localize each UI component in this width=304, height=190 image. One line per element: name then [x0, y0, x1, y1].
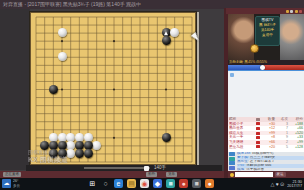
gift-icon — [256, 141, 260, 144]
gift-icon — [256, 145, 260, 148]
webcam-video[interactable]: 围棋TV黑 贴3¾子第140手直播中 — [228, 14, 304, 60]
last-move-marker — [164, 31, 168, 35]
scoreboard-panel: 围棋TV黑 贴3¾子第140手直播中 — [255, 16, 280, 46]
gift-icon — [256, 136, 260, 139]
taskbar-icon-search[interactable]: ○ — [101, 179, 110, 188]
footer-button-2[interactable]: 菜单 — [166, 172, 177, 177]
windows-taskbar: ☁ 26° 多云 ⊞○e▤◉◆■●■● △ ♥ ⊙ 21:30 2017/7/7 — [0, 178, 304, 190]
gift-icon — [256, 127, 260, 130]
tray-icons[interactable]: △ ♥ ⊙ — [270, 179, 284, 189]
emote-icon[interactable] — [229, 157, 235, 161]
stone-black — [162, 36, 171, 45]
window-control-dot[interactable] — [299, 10, 302, 13]
window-title: 对弈直播 - [2017围甲联赛] 黑先贴3¾子 (19路) 第140手 观战中 — [3, 1, 141, 7]
chat-input-row: 发送 — [228, 171, 304, 178]
system-tray[interactable]: △ ♥ ⊙ 21:30 2017/7/7 — [270, 179, 302, 189]
emote-icon[interactable] — [229, 152, 235, 156]
commentator-right — [280, 14, 304, 60]
send-button[interactable]: 发送 — [275, 172, 286, 177]
stream-watermark: 围棋直播间 KX 围棋频道 — [28, 148, 118, 164]
status-chip: 正在直播 — [3, 172, 21, 177]
weather-icon: ☁ — [2, 179, 11, 188]
slider-handle[interactable] — [144, 166, 149, 171]
screen: 对弈直播 - [2017围甲联赛] 黑先贴3¾子 (19路) 第140手 观战中… — [0, 0, 304, 190]
window-control-dot[interactable] — [295, 10, 298, 13]
commentator-left — [228, 14, 254, 60]
emote-icon[interactable] — [229, 161, 235, 165]
footer-button-1[interactable]: 形势 — [146, 172, 157, 177]
ranking-row: 星位九段×205+128 — [228, 145, 304, 150]
chat-input[interactable] — [235, 172, 273, 177]
window-control-dots[interactable] — [286, 10, 303, 13]
gift-icon — [256, 122, 260, 125]
watermark-line1: 围棋直播间 — [28, 148, 118, 156]
taskbar-icon-app-blue[interactable]: ◆ — [153, 179, 162, 188]
window-control-dot[interactable] — [290, 10, 293, 13]
slider-groove — [84, 167, 150, 169]
emoji-icon[interactable] — [230, 173, 234, 177]
gold-badge-icon — [250, 44, 259, 53]
taskbar-icon-app-red[interactable]: ● — [179, 179, 188, 188]
stone-black — [49, 85, 58, 94]
taskbar-icon-browser-e[interactable]: e — [114, 179, 123, 188]
taskbar-weather-widget[interactable]: ☁ 26° 多云 — [2, 179, 20, 188]
emote-shortcut-column[interactable] — [228, 152, 236, 171]
gift-icon — [256, 132, 260, 135]
taskbar-icons: ⊞○e▤◉◆■●■● — [88, 179, 214, 188]
stone-black — [162, 133, 171, 142]
left-panel-strip — [0, 9, 30, 170]
stone-white — [58, 28, 67, 37]
taskbar-icon-start[interactable]: ⊞ — [88, 179, 97, 188]
info-panel-empty — [228, 70, 304, 117]
taskbar-icon-app-dark[interactable]: ■ — [192, 179, 201, 188]
taskbar-clock[interactable]: 21:30 2017/7/7 — [287, 180, 302, 189]
taskbar-icon-folder[interactable]: ▤ — [127, 179, 136, 188]
panel-corner-icon — [230, 73, 234, 77]
chat-area[interactable]: 棋迷188: 白棋形势不错爱下棋: 点三三下得好快黑先生: 左下角打起来了小白:… — [228, 152, 304, 171]
taskbar-icon-app-teal[interactable]: ■ — [166, 179, 175, 188]
gift-ranking-table: 昵称数量名次积分围棋小子×303+188黑白世界×127+66棋道人生×991+… — [228, 117, 304, 152]
taskbar-icon-chrome[interactable]: ◉ — [140, 179, 149, 188]
emote-icon[interactable] — [229, 166, 235, 170]
weather-text: 多云 — [13, 184, 20, 189]
taskbar-icon-app-orange[interactable]: ● — [205, 179, 214, 188]
watermark-line2: KX 围棋频道 — [28, 156, 118, 164]
go-board[interactable] — [30, 12, 196, 165]
scoreboard-line: 直播中 — [256, 33, 279, 38]
stone-white — [58, 52, 67, 61]
window-control-dot[interactable] — [286, 10, 289, 13]
